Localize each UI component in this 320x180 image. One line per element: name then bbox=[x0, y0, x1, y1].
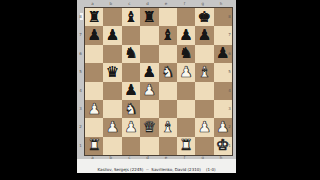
square-c5 bbox=[122, 63, 140, 81]
square-a1: ♜ bbox=[85, 137, 103, 155]
black-pawn: ♟ bbox=[179, 28, 192, 43]
file-label-c-top: c bbox=[120, 2, 138, 6]
square-a2 bbox=[85, 118, 103, 136]
file-label-a-top: a bbox=[84, 2, 102, 6]
white-rook: ♜ bbox=[179, 138, 192, 153]
white-pawn: ♟ bbox=[179, 65, 192, 80]
square-d1 bbox=[140, 137, 158, 155]
square-g8: ♚ bbox=[195, 8, 213, 26]
black-rook: ♜ bbox=[87, 10, 100, 25]
square-e2: ♝ bbox=[159, 118, 177, 136]
square-f7: ♟ bbox=[177, 26, 195, 44]
black-pawn: ♟ bbox=[143, 65, 156, 80]
left-black-bar bbox=[0, 0, 77, 180]
square-a7: ♟ bbox=[85, 26, 103, 44]
white-queen: ♛ bbox=[143, 120, 156, 135]
square-c1 bbox=[122, 137, 140, 155]
square-b5: ♛ bbox=[103, 63, 121, 81]
black-pawn: ♟ bbox=[124, 83, 137, 98]
square-g3 bbox=[195, 100, 213, 118]
square-g2: ♟ bbox=[195, 118, 213, 136]
square-c4: ♟ bbox=[122, 82, 140, 100]
rank-label-5-left: 5 bbox=[78, 70, 83, 74]
white-rook: ♜ bbox=[87, 138, 100, 153]
black-knight: ♞ bbox=[124, 46, 137, 61]
square-f6: ♞ bbox=[177, 45, 195, 63]
rank-label-7-left: 7 bbox=[78, 33, 83, 37]
square-d2: ♛ bbox=[140, 118, 158, 136]
black-rook: ♜ bbox=[143, 10, 156, 25]
right-black-bar bbox=[236, 0, 320, 180]
square-a3: ♟ bbox=[85, 100, 103, 118]
square-d3 bbox=[140, 100, 158, 118]
black-queen: ♛ bbox=[106, 65, 119, 80]
square-e7: ♝ bbox=[159, 26, 177, 44]
square-f2 bbox=[177, 118, 195, 136]
square-f4 bbox=[177, 82, 195, 100]
black-pawn: ♟ bbox=[106, 28, 119, 43]
white-pawn: ♟ bbox=[124, 120, 137, 135]
white-knight: ♞ bbox=[161, 65, 174, 80]
square-g5: ♝ bbox=[195, 63, 213, 81]
black-king: ♚ bbox=[198, 10, 211, 25]
square-e1 bbox=[159, 137, 177, 155]
square-a4 bbox=[85, 82, 103, 100]
square-c7 bbox=[122, 26, 140, 44]
square-a8: ♜ bbox=[85, 8, 103, 26]
square-f3 bbox=[177, 100, 195, 118]
rank-label-8-right: 8 bbox=[227, 15, 232, 19]
square-c3: ♞ bbox=[122, 100, 140, 118]
square-d4: ♟ bbox=[140, 82, 158, 100]
square-b7: ♟ bbox=[103, 26, 121, 44]
rank-label-6-left: 6 bbox=[78, 52, 83, 56]
rank-label-2-right: 2 bbox=[227, 125, 232, 129]
square-a6 bbox=[85, 45, 103, 63]
file-label-h-top: h bbox=[212, 2, 230, 6]
rank-label-2-left: 2 bbox=[78, 125, 83, 129]
square-b6 bbox=[103, 45, 121, 63]
board-panel: ♜♝♜♚♟♟♝♟♟♞♞♟♛♟♞♟♝♟♟♟♞♟♟♛♝♟♟♜♜♚ aabbccdde… bbox=[77, 0, 236, 173]
square-b2: ♟ bbox=[103, 118, 121, 136]
rank-label-4-right: 4 bbox=[227, 89, 232, 93]
chess-board: ♜♝♜♚♟♟♝♟♟♞♞♟♛♟♞♟♝♟♟♟♞♟♟♛♝♟♟♜♜♚ bbox=[84, 7, 233, 156]
rank-label-5-right: 5 bbox=[227, 70, 232, 74]
square-f5: ♟ bbox=[177, 63, 195, 81]
rank-label-6-right: 6 bbox=[227, 52, 232, 56]
white-knight: ♞ bbox=[124, 102, 137, 117]
info-panel: Kasilov, Sergejs (2245) -- Savrilenko, D… bbox=[77, 159, 236, 173]
square-g4 bbox=[195, 82, 213, 100]
square-g7: ♟ bbox=[195, 26, 213, 44]
square-e4 bbox=[159, 82, 177, 100]
square-e6 bbox=[159, 45, 177, 63]
square-g6 bbox=[195, 45, 213, 63]
square-d6 bbox=[140, 45, 158, 63]
players-line: Kasilov, Sergejs (2245) -- Savrilenko, D… bbox=[77, 168, 236, 172]
file-label-d-top: d bbox=[139, 2, 157, 6]
black-bishop: ♝ bbox=[161, 28, 174, 43]
file-label-b-top: b bbox=[102, 2, 120, 6]
file-label-g-top: g bbox=[194, 2, 212, 6]
square-b4 bbox=[103, 82, 121, 100]
square-d8: ♜ bbox=[140, 8, 158, 26]
rank-label-3-right: 3 bbox=[227, 107, 232, 111]
white-pawn: ♟ bbox=[198, 120, 211, 135]
square-d7 bbox=[140, 26, 158, 44]
black-pawn: ♟ bbox=[198, 28, 211, 43]
square-e5: ♞ bbox=[159, 63, 177, 81]
rank-label-1-right: 1 bbox=[227, 144, 232, 148]
white-pawn: ♟ bbox=[143, 83, 156, 98]
file-label-f-top: f bbox=[175, 2, 193, 6]
black-bishop: ♝ bbox=[124, 10, 137, 25]
square-a5 bbox=[85, 63, 103, 81]
square-c8: ♝ bbox=[122, 8, 140, 26]
white-pawn: ♟ bbox=[106, 120, 119, 135]
video-frame: ♜♝♜♚♟♟♝♟♟♞♞♟♛♟♞♟♝♟♟♟♞♟♟♛♝♟♟♜♜♚ aabbccdde… bbox=[0, 0, 320, 180]
square-g1 bbox=[195, 137, 213, 155]
rank-label-8-left: 8 bbox=[78, 15, 83, 19]
square-c6: ♞ bbox=[122, 45, 140, 63]
rank-label-3-left: 3 bbox=[78, 107, 83, 111]
square-f1: ♜ bbox=[177, 137, 195, 155]
rank-label-4-left: 4 bbox=[78, 89, 83, 93]
square-b3 bbox=[103, 100, 121, 118]
square-b1 bbox=[103, 137, 121, 155]
rank-label-7-right: 7 bbox=[227, 33, 232, 37]
black-pawn: ♟ bbox=[87, 28, 100, 43]
file-label-e-top: e bbox=[157, 2, 175, 6]
white-pawn: ♟ bbox=[87, 102, 100, 117]
square-b8 bbox=[103, 8, 121, 26]
square-d5: ♟ bbox=[140, 63, 158, 81]
black-knight: ♞ bbox=[179, 46, 192, 61]
white-bishop: ♝ bbox=[198, 65, 211, 80]
square-e8 bbox=[159, 8, 177, 26]
square-e3 bbox=[159, 100, 177, 118]
square-c2: ♟ bbox=[122, 118, 140, 136]
white-bishop: ♝ bbox=[161, 120, 174, 135]
rank-label-1-left: 1 bbox=[78, 144, 83, 148]
square-f8 bbox=[177, 8, 195, 26]
